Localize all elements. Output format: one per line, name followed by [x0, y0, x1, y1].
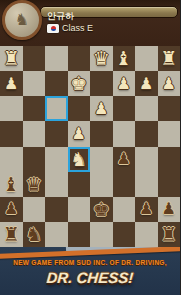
- square-c1[interactable]: ♝: [113, 46, 136, 71]
- square-c3[interactable]: [113, 96, 136, 121]
- square-d7[interactable]: ♚: [90, 197, 113, 222]
- square-a7[interactable]: ♟: [158, 197, 181, 222]
- ad-banner-text: NEW GAME FROM SUD INC. OF DR. DRIVING,: [0, 259, 180, 266]
- square-b6[interactable]: [135, 172, 158, 197]
- square-g2[interactable]: [23, 71, 46, 96]
- square-f7[interactable]: [45, 197, 68, 222]
- ad-banner[interactable]: NEW GAME FROM SUD INC. OF DR. DRIVING, D…: [0, 247, 180, 295]
- piece-black-rook[interactable]: ♜: [3, 225, 20, 244]
- square-d2[interactable]: [90, 71, 113, 96]
- square-f8[interactable]: [45, 222, 68, 247]
- chess-board: ♜♛♝♜♟♚♟♟♟♟♟♞♟♝♛♟♚♟♟♜♞♜: [0, 46, 180, 247]
- square-b4[interactable]: [135, 121, 158, 146]
- square-f4[interactable]: [45, 121, 68, 146]
- piece-white-queen[interactable]: ♛: [93, 49, 110, 68]
- square-b7[interactable]: ♟: [135, 197, 158, 222]
- square-d1[interactable]: ♛: [90, 46, 113, 71]
- piece-black-rook[interactable]: ♜: [160, 225, 177, 244]
- piece-white-bishop[interactable]: ♝: [115, 49, 132, 68]
- piece-black-pawn[interactable]: ♟: [117, 151, 131, 167]
- square-e7[interactable]: [68, 197, 91, 222]
- piece-black-queen[interactable]: ♛: [25, 175, 42, 194]
- square-d3[interactable]: ♟: [90, 96, 113, 121]
- square-f3[interactable]: [45, 96, 68, 121]
- square-a5[interactable]: [158, 147, 181, 172]
- piece-white-king[interactable]: ♚: [70, 74, 87, 93]
- opponent-avatar[interactable]: ♞: [2, 0, 42, 40]
- square-e3[interactable]: [68, 96, 91, 121]
- square-a6[interactable]: [158, 172, 181, 197]
- square-f1[interactable]: [45, 46, 68, 71]
- square-h1[interactable]: ♜: [0, 46, 23, 71]
- square-h7[interactable]: ♟: [0, 197, 23, 222]
- piece-black-bishop[interactable]: ♝: [3, 175, 20, 194]
- piece-white-knight[interactable]: ♞: [70, 150, 87, 169]
- piece-white-pawn[interactable]: ♟: [139, 76, 153, 92]
- square-f6[interactable]: [45, 172, 68, 197]
- opponent-name: 안규하: [47, 10, 74, 23]
- dr-chess-app: ♞ 안규하 Class E ♜♛♝♜♟♚♟♟♟♟♟♞♟♝♛♟♚♟♟♜♞♜ NEW…: [0, 0, 180, 295]
- square-c4[interactable]: [113, 121, 136, 146]
- square-h2[interactable]: ♟: [0, 71, 23, 96]
- square-d5[interactable]: [90, 147, 113, 172]
- piece-black-pawn[interactable]: ♟: [139, 201, 153, 217]
- square-e1[interactable]: [68, 46, 91, 71]
- square-c2[interactable]: ♟: [113, 71, 136, 96]
- opponent-class-row: Class E: [47, 23, 93, 33]
- piece-black-pawn[interactable]: ♟: [4, 201, 18, 217]
- piece-white-pawn[interactable]: ♟: [72, 126, 86, 142]
- square-d6[interactable]: [90, 172, 113, 197]
- square-a4[interactable]: [158, 121, 181, 146]
- piece-black-knight[interactable]: ♞: [25, 225, 42, 244]
- piece-white-pawn[interactable]: ♟: [162, 76, 176, 92]
- square-h6[interactable]: ♝: [0, 172, 23, 197]
- taegeuk-icon: [51, 26, 56, 31]
- piece-white-pawn[interactable]: ♟: [117, 76, 131, 92]
- square-a2[interactable]: ♟: [158, 71, 181, 96]
- knight-crest-icon: ♞: [15, 12, 29, 28]
- square-g4[interactable]: [23, 121, 46, 146]
- square-c5[interactable]: ♟: [113, 147, 136, 172]
- square-e2[interactable]: ♚: [68, 71, 91, 96]
- piece-black-king[interactable]: ♚: [93, 200, 110, 219]
- square-d4[interactable]: [90, 121, 113, 146]
- piece-white-rook[interactable]: ♜: [160, 49, 177, 68]
- square-a8[interactable]: ♜: [158, 222, 181, 247]
- piece-black-pawn[interactable]: ♟: [162, 201, 176, 217]
- square-b5[interactable]: [135, 147, 158, 172]
- square-e8[interactable]: [68, 222, 91, 247]
- square-b3[interactable]: [135, 96, 158, 121]
- square-g6[interactable]: ♛: [23, 172, 46, 197]
- square-e4[interactable]: ♟: [68, 121, 91, 146]
- opponent-class-label: Class E: [62, 23, 93, 33]
- square-e6[interactable]: [68, 172, 91, 197]
- piece-white-pawn[interactable]: ♟: [94, 101, 108, 117]
- square-b2[interactable]: ♟: [135, 71, 158, 96]
- square-c7[interactable]: [113, 197, 136, 222]
- square-c8[interactable]: [113, 222, 136, 247]
- square-g7[interactable]: [23, 197, 46, 222]
- square-d8[interactable]: [90, 222, 113, 247]
- square-b8[interactable]: [135, 222, 158, 247]
- square-a1[interactable]: ♜: [158, 46, 181, 71]
- square-h3[interactable]: [0, 96, 23, 121]
- square-b1[interactable]: [135, 46, 158, 71]
- ad-banner-title: DR. CHESS!: [0, 269, 180, 286]
- square-e5[interactable]: ♞: [68, 147, 91, 172]
- square-h5[interactable]: [0, 147, 23, 172]
- square-g5[interactable]: [23, 147, 46, 172]
- south-korea-flag-icon: [47, 24, 59, 33]
- opponent-info-bar: ♞ 안규하 Class E: [0, 0, 180, 46]
- square-g3[interactable]: [23, 96, 46, 121]
- square-g8[interactable]: ♞: [23, 222, 46, 247]
- square-f2[interactable]: [45, 71, 68, 96]
- square-h4[interactable]: [0, 121, 23, 146]
- square-f5[interactable]: [45, 147, 68, 172]
- square-g1[interactable]: [23, 46, 46, 71]
- square-a3[interactable]: [158, 96, 181, 121]
- piece-white-pawn[interactable]: ♟: [4, 76, 18, 92]
- square-c6[interactable]: [113, 172, 136, 197]
- square-h8[interactable]: ♜: [0, 222, 23, 247]
- piece-white-rook[interactable]: ♜: [3, 49, 20, 68]
